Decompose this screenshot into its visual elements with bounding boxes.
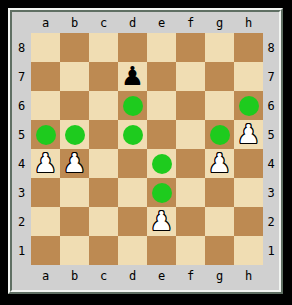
move-indicator-h6[interactable] [239,96,259,116]
square-h4[interactable] [234,149,263,178]
rank-label-1: 1 [263,244,279,258]
square-f3[interactable] [176,178,205,207]
square-f4[interactable] [176,149,205,178]
square-c1[interactable] [89,236,118,265]
rank-labels-right: 87654321 [263,33,279,265]
square-c7[interactable] [89,62,118,91]
square-g3[interactable] [205,178,234,207]
square-c3[interactable] [89,178,118,207]
corner-top-left [12,13,31,33]
square-f7[interactable] [176,62,205,91]
file-label-d: d [118,16,147,30]
square-b3[interactable] [60,178,89,207]
corner-bottom-left [12,265,31,287]
square-h5[interactable]: ♟ [234,120,263,149]
move-indicator-a5[interactable] [36,125,56,145]
square-a3[interactable] [31,178,60,207]
square-d3[interactable] [118,178,147,207]
file-label-c: c [89,269,118,283]
rank-label-6: 6 [12,99,31,113]
white-pawn-b4[interactable]: ♟ [63,149,86,178]
rank-label-4: 4 [263,157,279,171]
file-label-d: d [118,269,147,283]
square-b6[interactable] [60,91,89,120]
square-c8[interactable] [89,33,118,62]
file-label-a: a [31,269,60,283]
file-label-h: h [234,269,263,283]
rank-label-7: 7 [263,70,279,84]
board-layout: abcdefgh 87654321 ♟♟♟♟♟♟ 87654321 abcdef… [12,12,279,287]
square-h1[interactable] [234,236,263,265]
square-e4[interactable] [147,149,176,178]
square-d1[interactable] [118,236,147,265]
square-b1[interactable] [60,236,89,265]
rank-label-8: 8 [263,41,279,55]
move-indicator-e4[interactable] [152,154,172,174]
rank-label-5: 5 [263,128,279,142]
square-f1[interactable] [176,236,205,265]
square-b7[interactable] [60,62,89,91]
file-label-h: h [234,16,263,30]
rank-label-6: 6 [263,99,279,113]
square-e8[interactable] [147,33,176,62]
file-label-c: c [89,16,118,30]
square-e7[interactable] [147,62,176,91]
square-a4[interactable]: ♟ [31,149,60,178]
move-indicator-g5[interactable] [210,125,230,145]
square-e3[interactable] [147,178,176,207]
board-frame-inner: abcdefgh 87654321 ♟♟♟♟♟♟ 87654321 abcdef… [10,10,281,292]
square-e5[interactable] [147,120,176,149]
white-pawn-h5[interactable]: ♟ [237,120,260,149]
move-indicator-e3[interactable] [152,183,172,203]
square-e1[interactable] [147,236,176,265]
square-c4[interactable] [89,149,118,178]
square-h6[interactable] [234,91,263,120]
square-a7[interactable] [31,62,60,91]
rank-label-8: 8 [12,41,31,55]
square-d6[interactable] [118,91,147,120]
square-a1[interactable] [31,236,60,265]
square-a5[interactable] [31,120,60,149]
square-g7[interactable] [205,62,234,91]
rank-label-1: 1 [12,244,31,258]
black-pawn-d7[interactable]: ♟ [121,62,144,91]
square-f8[interactable] [176,33,205,62]
file-label-g: g [205,16,234,30]
rank-label-7: 7 [12,70,31,84]
file-labels-bottom: abcdefgh [31,265,263,287]
move-indicator-d6[interactable] [123,96,143,116]
white-pawn-a4[interactable]: ♟ [34,149,57,178]
square-b2[interactable] [60,207,89,236]
board-frame: abcdefgh 87654321 ♟♟♟♟♟♟ 87654321 abcdef… [8,8,283,294]
square-e6[interactable] [147,91,176,120]
square-a8[interactable] [31,33,60,62]
file-label-e: e [147,269,176,283]
white-pawn-g4[interactable]: ♟ [208,149,231,178]
square-g2[interactable] [205,207,234,236]
square-d2[interactable] [118,207,147,236]
square-d7[interactable]: ♟ [118,62,147,91]
rank-labels-left: 87654321 [12,33,31,265]
square-b4[interactable]: ♟ [60,149,89,178]
square-c2[interactable] [89,207,118,236]
file-label-b: b [60,16,89,30]
square-f6[interactable] [176,91,205,120]
white-pawn-e2[interactable]: ♟ [150,207,173,236]
rank-label-2: 2 [263,215,279,229]
square-a2[interactable] [31,207,60,236]
file-label-a: a [31,16,60,30]
square-f5[interactable] [176,120,205,149]
file-label-f: f [176,269,205,283]
rank-label-2: 2 [12,215,31,229]
square-h2[interactable] [234,207,263,236]
square-g5[interactable] [205,120,234,149]
square-e2[interactable]: ♟ [147,207,176,236]
file-label-f: f [176,16,205,30]
square-g6[interactable] [205,91,234,120]
square-g4[interactable]: ♟ [205,149,234,178]
corner-bottom-right [263,265,279,287]
rank-label-3: 3 [12,186,31,200]
square-h8[interactable] [234,33,263,62]
square-c5[interactable] [89,120,118,149]
rank-label-3: 3 [263,186,279,200]
square-d4[interactable] [118,149,147,178]
chess-board: ♟♟♟♟♟♟ [31,33,263,265]
square-h7[interactable] [234,62,263,91]
square-c6[interactable] [89,91,118,120]
file-labels-top: abcdefgh [31,13,263,33]
square-d8[interactable] [118,33,147,62]
square-b8[interactable] [60,33,89,62]
move-indicator-b5[interactable] [65,125,85,145]
square-g8[interactable] [205,33,234,62]
rank-label-4: 4 [12,157,31,171]
square-f2[interactable] [176,207,205,236]
square-h3[interactable] [234,178,263,207]
square-b5[interactable] [60,120,89,149]
corner-top-right [263,13,279,33]
square-a6[interactable] [31,91,60,120]
square-d5[interactable] [118,120,147,149]
file-label-b: b [60,269,89,283]
file-label-e: e [147,16,176,30]
file-label-g: g [205,269,234,283]
move-indicator-d5[interactable] [123,125,143,145]
rank-label-5: 5 [12,128,31,142]
square-g1[interactable] [205,236,234,265]
